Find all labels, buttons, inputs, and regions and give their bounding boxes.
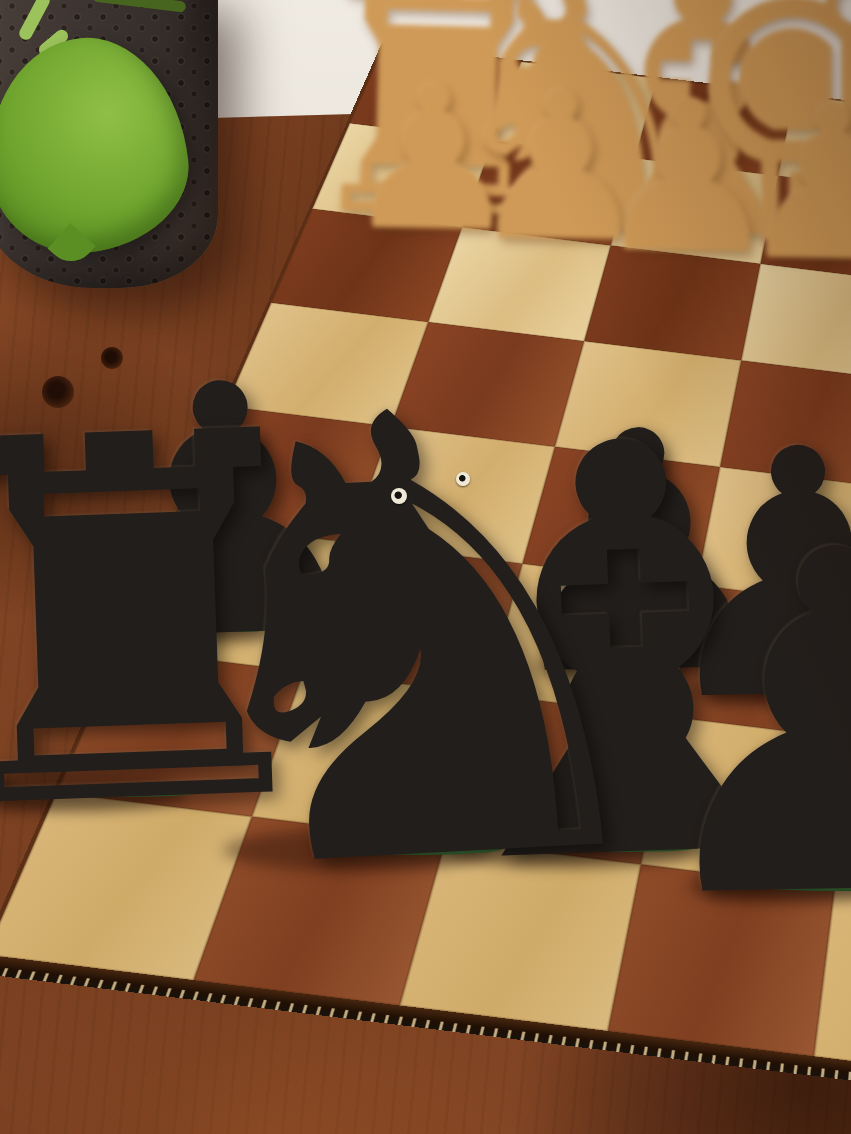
piece-white-pawn-e2[interactable]: ♟ [734, 74, 851, 292]
piece-black-pawn-e8[interactable]: ♟ [623, 487, 851, 964]
piece-black-knight-g8[interactable]: ♞ [129, 323, 707, 961]
pieces-layer: ♜♟♞♟♝♟♚♟♟♟♟♜♞♝♟ [0, 0, 851, 1134]
scene: ♜♟♞♟♝♟♚♟♟♟♟♜♞♝♟ [0, 0, 851, 1134]
knight-eye [456, 472, 470, 486]
knight-eye [391, 488, 407, 504]
